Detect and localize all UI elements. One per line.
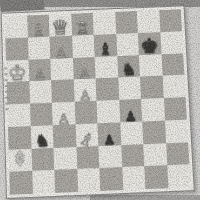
square-h6[interactable] (161, 53, 184, 76)
table-background-corner (0, 0, 45, 12)
piece-black-bishop-e7[interactable]: ♝ (94, 34, 117, 57)
square-f6[interactable]: ♞ (117, 55, 140, 78)
square-c1[interactable] (54, 169, 77, 193)
piece-white-bishop-d3[interactable]: ♗ (75, 123, 98, 146)
square-b7[interactable] (27, 36, 50, 59)
square-b1[interactable] (32, 170, 55, 194)
piece-black-knight-b3[interactable]: ♞ (30, 125, 53, 148)
board-sheet: ♗♕♖♙♝♚♔♙♙♞♙♙♟♞♗♟ (1, 5, 195, 199)
square-c8[interactable]: ♕ (49, 14, 72, 37)
piece-white-pawn-d6[interactable]: ♙ (72, 57, 95, 80)
square-f1[interactable] (122, 166, 146, 190)
square-h4[interactable] (163, 97, 186, 120)
square-c3[interactable] (53, 124, 76, 147)
square-e2[interactable] (98, 145, 121, 169)
square-g3[interactable] (142, 120, 166, 143)
square-b8[interactable]: ♗ (27, 15, 50, 38)
square-d6[interactable]: ♙ (72, 57, 95, 80)
square-d7[interactable] (72, 35, 95, 58)
square-d4[interactable] (74, 101, 97, 124)
square-g7[interactable]: ♚ (138, 32, 161, 55)
square-a6[interactable]: ♔ (6, 59, 29, 82)
square-f4[interactable]: ♟ (119, 99, 142, 122)
square-g2[interactable] (143, 143, 167, 167)
square-c2[interactable] (53, 147, 76, 171)
square-a7[interactable] (5, 37, 28, 60)
square-e8[interactable] (93, 12, 116, 35)
square-b3[interactable]: ♞ (30, 125, 53, 148)
square-d1[interactable] (77, 168, 100, 192)
square-h5[interactable] (162, 75, 185, 98)
piece-white-pawn-b6[interactable]: ♙ (28, 58, 51, 81)
square-b2[interactable] (31, 147, 54, 171)
square-b4[interactable] (30, 103, 53, 126)
square-d2[interactable] (76, 146, 99, 170)
square-a2[interactable] (9, 148, 32, 172)
square-f3[interactable] (120, 121, 143, 144)
piece-white-bishop-b8[interactable]: ♗ (27, 15, 50, 38)
photo-scene: ♗♕♖♙♝♚♔♙♙♞♙♙♟♞♗♟ (0, 0, 200, 200)
chess-board: ♗♕♖♙♝♚♔♙♙♞♙♙♟♞♗♟ (5, 9, 191, 195)
square-a5[interactable] (7, 81, 30, 104)
square-e1[interactable] (99, 167, 123, 191)
piece-black-pawn-f4[interactable]: ♟ (119, 99, 142, 122)
printed-corner-ornament (13, 149, 27, 171)
square-d8[interactable]: ♖ (71, 13, 94, 36)
square-c4[interactable]: ♙ (52, 102, 75, 125)
square-b6[interactable]: ♙ (28, 58, 51, 81)
piece-white-rook-d8[interactable]: ♖ (71, 13, 94, 36)
square-g6[interactable] (139, 54, 162, 77)
square-f8[interactable] (115, 11, 138, 34)
square-h1[interactable] (167, 164, 191, 188)
table-background-bottom (90, 195, 200, 200)
square-d5[interactable]: ♙ (73, 79, 96, 102)
piece-white-pawn-d5[interactable]: ♙ (73, 79, 96, 102)
square-f5[interactable] (118, 77, 141, 100)
square-e5[interactable] (96, 78, 119, 101)
square-g8[interactable] (137, 10, 160, 33)
square-g5[interactable] (140, 76, 163, 99)
square-c6[interactable] (50, 57, 73, 80)
square-e4[interactable] (96, 100, 119, 123)
square-g4[interactable] (141, 98, 164, 121)
piece-white-king-a6[interactable]: ♔ (6, 59, 29, 82)
square-h7[interactable] (160, 31, 183, 54)
piece-white-pawn-c4[interactable]: ♙ (52, 102, 75, 125)
square-h2[interactable] (166, 142, 190, 166)
square-c5[interactable] (51, 80, 74, 103)
square-h8[interactable] (159, 9, 182, 32)
square-e3[interactable]: ♟ (97, 122, 120, 145)
square-c7[interactable]: ♙ (50, 36, 73, 59)
square-a1[interactable] (9, 171, 32, 195)
printed-corner-ornament-icon (13, 149, 27, 167)
piece-white-pawn-c7[interactable]: ♙ (50, 36, 73, 59)
square-g1[interactable] (144, 165, 168, 189)
piece-black-knight-f6[interactable]: ♞ (117, 55, 140, 78)
piece-white-queen-c8[interactable]: ♕ (49, 14, 72, 37)
square-e6[interactable] (95, 56, 118, 79)
square-e7[interactable]: ♝ (94, 34, 117, 57)
piece-black-king-g7[interactable]: ♚ (138, 32, 161, 55)
square-d3[interactable]: ♗ (75, 123, 98, 146)
square-b5[interactable] (29, 80, 52, 103)
square-a8[interactable] (5, 16, 28, 39)
square-f2[interactable] (121, 144, 145, 168)
square-a3[interactable] (8, 126, 31, 149)
square-h3[interactable] (164, 119, 188, 142)
piece-black-pawn-e3[interactable]: ♟ (97, 122, 120, 145)
square-a4[interactable] (7, 104, 30, 127)
square-f7[interactable] (116, 33, 139, 56)
